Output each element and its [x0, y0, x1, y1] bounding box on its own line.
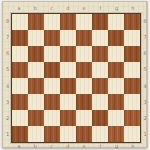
playfield — [11, 13, 141, 143]
file-labels-top: abcdefgh — [11, 4, 141, 12]
square-e7[interactable] — [76, 30, 92, 46]
square-c2[interactable] — [44, 110, 60, 126]
coordinate-label: 3 — [4, 94, 11, 110]
square-h6[interactable] — [124, 46, 140, 62]
square-a5[interactable] — [12, 62, 28, 78]
square-b2[interactable] — [28, 110, 44, 126]
square-h8[interactable] — [124, 14, 140, 30]
square-d5[interactable] — [60, 62, 76, 78]
coordinate-label: 1 — [142, 127, 148, 143]
square-c1[interactable] — [44, 126, 60, 142]
square-d4[interactable] — [60, 78, 76, 94]
coordinate-label: 3 — [142, 94, 148, 110]
square-e3[interactable] — [76, 94, 92, 110]
square-e5[interactable] — [76, 62, 92, 78]
square-a2[interactable] — [12, 110, 28, 126]
square-h4[interactable] — [124, 78, 140, 94]
coordinate-label: d — [60, 4, 76, 12]
square-b3[interactable] — [28, 94, 44, 110]
square-e8[interactable] — [76, 14, 92, 30]
coordinate-label: d — [60, 144, 76, 149]
square-d7[interactable] — [60, 30, 76, 46]
square-g2[interactable] — [108, 110, 124, 126]
square-f8[interactable] — [92, 14, 108, 30]
coordinate-label: e — [76, 4, 92, 12]
coordinate-label: 1 — [4, 127, 11, 143]
square-b6[interactable] — [28, 46, 44, 62]
coordinate-label: h — [125, 144, 141, 149]
square-g6[interactable] — [108, 46, 124, 62]
rank-labels-right: 87654321 — [142, 13, 148, 143]
square-b4[interactable] — [28, 78, 44, 94]
coordinate-label: 5 — [142, 62, 148, 78]
coordinate-label: b — [27, 4, 43, 12]
coordinate-label: 4 — [142, 78, 148, 94]
square-d8[interactable] — [60, 14, 76, 30]
coordinate-label: e — [76, 144, 92, 149]
coordinate-label: a — [11, 4, 27, 12]
square-e4[interactable] — [76, 78, 92, 94]
square-h5[interactable] — [124, 62, 140, 78]
square-e6[interactable] — [76, 46, 92, 62]
square-c6[interactable] — [44, 46, 60, 62]
coordinate-label: 2 — [4, 111, 11, 127]
coordinate-label: f — [92, 4, 108, 12]
square-d1[interactable] — [60, 126, 76, 142]
coordinate-label: 4 — [4, 78, 11, 94]
square-h3[interactable] — [124, 94, 140, 110]
square-a1[interactable] — [12, 126, 28, 142]
coordinate-label: a — [11, 144, 27, 149]
coordinate-label: 8 — [4, 13, 11, 29]
coordinate-label: 6 — [142, 46, 148, 62]
coordinate-label: c — [44, 4, 60, 12]
coordinate-label: g — [109, 144, 125, 149]
square-f7[interactable] — [92, 30, 108, 46]
square-a3[interactable] — [12, 94, 28, 110]
square-c4[interactable] — [44, 78, 60, 94]
coordinate-label: f — [92, 144, 108, 149]
square-b1[interactable] — [28, 126, 44, 142]
square-f5[interactable] — [92, 62, 108, 78]
square-a6[interactable] — [12, 46, 28, 62]
file-labels-bottom: abcdefgh — [11, 144, 141, 149]
square-e1[interactable] — [76, 126, 92, 142]
coordinate-label: 6 — [4, 46, 11, 62]
square-g3[interactable] — [108, 94, 124, 110]
coordinate-label: 8 — [142, 13, 148, 29]
coordinate-label: b — [27, 144, 43, 149]
square-c8[interactable] — [44, 14, 60, 30]
square-d6[interactable] — [60, 46, 76, 62]
square-g5[interactable] — [108, 62, 124, 78]
square-h1[interactable] — [124, 126, 140, 142]
coordinate-label: 7 — [142, 29, 148, 45]
square-e2[interactable] — [76, 110, 92, 126]
square-b8[interactable] — [28, 14, 44, 30]
square-f3[interactable] — [92, 94, 108, 110]
square-a8[interactable] — [12, 14, 28, 30]
coordinate-label: g — [109, 4, 125, 12]
square-g8[interactable] — [108, 14, 124, 30]
square-f6[interactable] — [92, 46, 108, 62]
square-h7[interactable] — [124, 30, 140, 46]
square-h2[interactable] — [124, 110, 140, 126]
coordinate-label: c — [44, 144, 60, 149]
square-a4[interactable] — [12, 78, 28, 94]
square-f4[interactable] — [92, 78, 108, 94]
square-a7[interactable] — [12, 30, 28, 46]
square-b5[interactable] — [28, 62, 44, 78]
coordinate-label: 2 — [142, 111, 148, 127]
square-c5[interactable] — [44, 62, 60, 78]
coordinate-label: 5 — [4, 62, 11, 78]
square-g4[interactable] — [108, 78, 124, 94]
square-c3[interactable] — [44, 94, 60, 110]
square-g1[interactable] — [108, 126, 124, 142]
coordinate-label: 7 — [4, 29, 11, 45]
rank-labels-left: 87654321 — [4, 13, 11, 143]
square-c7[interactable] — [44, 30, 60, 46]
square-f2[interactable] — [92, 110, 108, 126]
chess-board: abcdefgh abcdefgh 87654321 87654321 — [2, 1, 147, 148]
square-d3[interactable] — [60, 94, 76, 110]
square-d2[interactable] — [60, 110, 76, 126]
square-g7[interactable] — [108, 30, 124, 46]
coordinate-label: h — [125, 4, 141, 12]
square-f1[interactable] — [92, 126, 108, 142]
square-b7[interactable] — [28, 30, 44, 46]
